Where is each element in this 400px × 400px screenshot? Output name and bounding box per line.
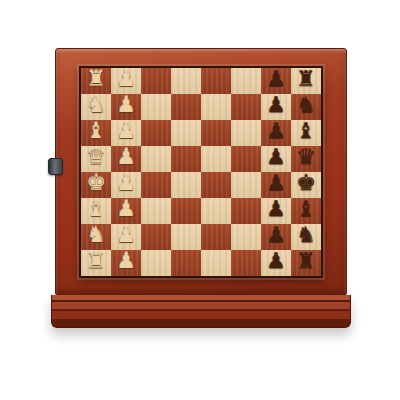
square-g7[interactable]: ♟ [261, 224, 291, 250]
square-h5[interactable] [201, 250, 231, 276]
square-c8[interactable]: ♝ [291, 120, 321, 146]
square-f7[interactable]: ♟ [261, 198, 291, 224]
square-f3[interactable] [141, 198, 171, 224]
black-rook: ♜ [296, 250, 316, 272]
square-c6[interactable] [231, 120, 261, 146]
square-h7[interactable]: ♟ [261, 250, 291, 276]
board-frame: ♜♟♟♜♞♟♟♞♝♟♟♝♛♟♟♛♚♟♟♚♝♟♟♝♞♟♟♞♜♟♟♜ [55, 48, 347, 296]
square-a8[interactable]: ♜ [291, 68, 321, 94]
square-c4[interactable] [171, 120, 201, 146]
square-b8[interactable]: ♞ [291, 94, 321, 120]
white-pawn: ♟ [116, 146, 136, 168]
square-d8[interactable]: ♛ [291, 146, 321, 172]
square-g3[interactable] [141, 224, 171, 250]
square-f1[interactable]: ♝ [81, 198, 111, 224]
white-pawn: ♟ [116, 172, 136, 194]
square-a5[interactable] [201, 68, 231, 94]
photo-scene: ♜♟♟♜♞♟♟♞♝♟♟♝♛♟♟♛♚♟♟♚♝♟♟♝♞♟♟♞♜♟♟♜ [0, 0, 400, 400]
square-e5[interactable] [201, 172, 231, 198]
chess-box: ♜♟♟♜♞♟♟♞♝♟♟♝♛♟♟♛♚♟♟♚♝♟♟♝♞♟♟♞♜♟♟♜ [55, 48, 347, 328]
square-a3[interactable] [141, 68, 171, 94]
square-d4[interactable] [171, 146, 201, 172]
white-pawn: ♟ [116, 224, 136, 246]
square-h3[interactable] [141, 250, 171, 276]
square-d3[interactable] [141, 146, 171, 172]
square-f5[interactable] [201, 198, 231, 224]
square-g1[interactable]: ♞ [81, 224, 111, 250]
white-pawn: ♟ [116, 68, 136, 90]
square-b6[interactable] [231, 94, 261, 120]
square-c3[interactable] [141, 120, 171, 146]
square-h4[interactable] [171, 250, 201, 276]
square-a7[interactable]: ♟ [261, 68, 291, 94]
black-pawn: ♟ [266, 250, 286, 272]
white-bishop: ♝ [86, 198, 106, 220]
black-pawn: ♟ [266, 94, 286, 116]
square-f6[interactable] [231, 198, 261, 224]
square-a2[interactable]: ♟ [111, 68, 141, 94]
black-rook: ♜ [296, 68, 316, 90]
square-e2[interactable]: ♟ [111, 172, 141, 198]
white-pawn: ♟ [116, 198, 136, 220]
square-d2[interactable]: ♟ [111, 146, 141, 172]
black-bishop: ♝ [296, 198, 316, 220]
black-pawn: ♟ [266, 146, 286, 168]
square-h6[interactable] [231, 250, 261, 276]
square-d1[interactable]: ♛ [81, 146, 111, 172]
white-pawn: ♟ [116, 94, 136, 116]
square-g6[interactable] [231, 224, 261, 250]
square-c7[interactable]: ♟ [261, 120, 291, 146]
square-e1[interactable]: ♚ [81, 172, 111, 198]
black-pawn: ♟ [266, 198, 286, 220]
white-queen: ♛ [86, 146, 106, 168]
square-g2[interactable]: ♟ [111, 224, 141, 250]
white-rook: ♜ [86, 250, 106, 272]
square-d7[interactable]: ♟ [261, 146, 291, 172]
square-e8[interactable]: ♚ [291, 172, 321, 198]
black-pawn: ♟ [266, 68, 286, 90]
black-bishop: ♝ [296, 120, 316, 142]
square-g8[interactable]: ♞ [291, 224, 321, 250]
square-b7[interactable]: ♟ [261, 94, 291, 120]
square-b1[interactable]: ♞ [81, 94, 111, 120]
square-d6[interactable] [231, 146, 261, 172]
square-a6[interactable] [231, 68, 261, 94]
white-rook: ♜ [86, 68, 106, 90]
black-king: ♚ [296, 172, 316, 194]
black-pawn: ♟ [266, 172, 286, 194]
square-e6[interactable] [231, 172, 261, 198]
white-king: ♚ [86, 172, 106, 194]
black-knight: ♞ [296, 94, 316, 116]
square-b5[interactable] [201, 94, 231, 120]
square-h1[interactable]: ♜ [81, 250, 111, 276]
square-h8[interactable]: ♜ [291, 250, 321, 276]
white-knight: ♞ [86, 94, 106, 116]
square-h2[interactable]: ♟ [111, 250, 141, 276]
square-f8[interactable]: ♝ [291, 198, 321, 224]
square-e3[interactable] [141, 172, 171, 198]
square-e7[interactable]: ♟ [261, 172, 291, 198]
white-bishop: ♝ [86, 120, 106, 142]
square-f2[interactable]: ♟ [111, 198, 141, 224]
square-c5[interactable] [201, 120, 231, 146]
square-e4[interactable] [171, 172, 201, 198]
white-pawn: ♟ [116, 120, 136, 142]
black-knight: ♞ [296, 224, 316, 246]
square-g5[interactable] [201, 224, 231, 250]
white-knight: ♞ [86, 224, 106, 246]
square-b2[interactable]: ♟ [111, 94, 141, 120]
black-pawn: ♟ [266, 120, 286, 142]
square-c2[interactable]: ♟ [111, 120, 141, 146]
square-b3[interactable] [141, 94, 171, 120]
box-side-molding [51, 295, 351, 328]
square-d5[interactable] [201, 146, 231, 172]
square-a1[interactable]: ♜ [81, 68, 111, 94]
black-queen: ♛ [296, 146, 316, 168]
hinge-icon [48, 158, 63, 175]
square-g4[interactable] [171, 224, 201, 250]
square-c1[interactable]: ♝ [81, 120, 111, 146]
square-a4[interactable] [171, 68, 201, 94]
square-b4[interactable] [171, 94, 201, 120]
square-f4[interactable] [171, 198, 201, 224]
chess-board[interactable]: ♜♟♟♜♞♟♟♞♝♟♟♝♛♟♟♛♚♟♟♚♝♟♟♝♞♟♟♞♜♟♟♜ [79, 66, 323, 278]
white-pawn: ♟ [116, 250, 136, 272]
black-pawn: ♟ [266, 224, 286, 246]
